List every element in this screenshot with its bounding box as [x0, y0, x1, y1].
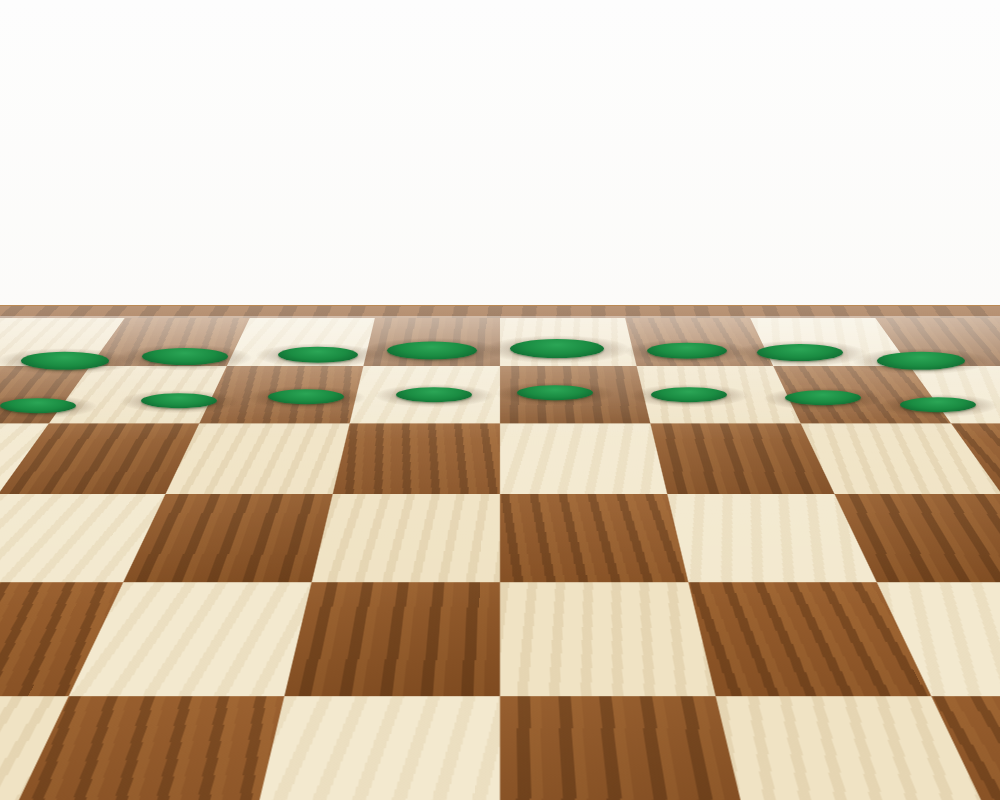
pieces-layer: ♜♞♝♛♚♝♞♜♟♟♟♟♟♟♟♟ — [0, 0, 1000, 800]
chess-set-photo-scene: ♜♞♝♛♚♝♞♜♟♟♟♟♟♟♟♟ — [0, 0, 1000, 800]
